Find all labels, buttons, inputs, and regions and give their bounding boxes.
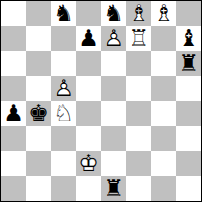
square-b5[interactable] [26,76,51,101]
piece-white-bishop: ♝♗ [126,1,151,26]
square-g2[interactable] [151,151,176,176]
piece-black-pawn: ♟ [1,101,26,126]
square-c7[interactable] [51,26,76,51]
square-h5[interactable] [176,76,201,101]
square-b7[interactable] [26,26,51,51]
piece-black-rook: ♜ [101,176,126,201]
piece-white-bishop: ♝♗ [151,1,176,26]
square-c6[interactable] [51,51,76,76]
white-pawn-outline: ♙ [51,76,76,101]
white-pawn-outline: ♙ [101,26,126,51]
square-g7[interactable] [151,26,176,51]
square-a7[interactable] [1,26,26,51]
square-d7[interactable]: ♟ [76,26,101,51]
square-c5[interactable]: ♟♙ [51,76,76,101]
square-f4[interactable] [126,101,151,126]
square-b6[interactable] [26,51,51,76]
square-c8[interactable]: ♞ [51,1,76,26]
piece-black-bishop: ♝ [176,26,201,51]
square-f2[interactable] [126,151,151,176]
square-d6[interactable] [76,51,101,76]
square-g1[interactable] [151,176,176,201]
piece-white-king: ♚♔ [76,151,101,176]
chess-board: ♞♞♝♗♝♗♟♟♙♜♖♝♜♟♙♟♚♞♘♚♔♜ [0,0,202,202]
square-d3[interactable] [76,126,101,151]
piece-white-rook: ♜♖ [126,26,151,51]
square-a3[interactable] [1,126,26,151]
square-c4[interactable]: ♞♘ [51,101,76,126]
white-rook-outline: ♖ [126,26,151,51]
piece-black-knight: ♞ [101,1,126,26]
square-h2[interactable] [176,151,201,176]
square-f5[interactable] [126,76,151,101]
square-a4[interactable]: ♟ [1,101,26,126]
square-a1[interactable] [1,176,26,201]
square-g8[interactable]: ♝♗ [151,1,176,26]
piece-black-pawn: ♟ [76,26,101,51]
square-c3[interactable] [51,126,76,151]
piece-black-king: ♚ [26,101,51,126]
square-e2[interactable] [101,151,126,176]
square-e6[interactable] [101,51,126,76]
square-d4[interactable] [76,101,101,126]
square-e4[interactable] [101,101,126,126]
square-d5[interactable] [76,76,101,101]
piece-black-rook: ♜ [176,51,201,76]
square-e7[interactable]: ♟♙ [101,26,126,51]
square-h8[interactable] [176,1,201,26]
square-h7[interactable]: ♝ [176,26,201,51]
square-a6[interactable] [1,51,26,76]
piece-white-knight: ♞♘ [51,101,76,126]
piece-white-pawn: ♟♙ [51,76,76,101]
piece-black-knight: ♞ [51,1,76,26]
square-b8[interactable] [26,1,51,26]
white-bishop-outline: ♗ [151,1,176,26]
square-d1[interactable] [76,176,101,201]
square-f8[interactable]: ♝♗ [126,1,151,26]
square-g6[interactable] [151,51,176,76]
square-d8[interactable] [76,1,101,26]
square-f6[interactable] [126,51,151,76]
square-a5[interactable] [1,76,26,101]
square-b1[interactable] [26,176,51,201]
chess-diagram: ♞♞♝♗♝♗♟♟♙♜♖♝♜♟♙♟♚♞♘♚♔♜ [0,0,202,202]
square-d2[interactable]: ♚♔ [76,151,101,176]
square-f1[interactable] [126,176,151,201]
square-c2[interactable] [51,151,76,176]
square-b4[interactable]: ♚ [26,101,51,126]
square-h6[interactable]: ♜ [176,51,201,76]
square-e5[interactable] [101,76,126,101]
square-b3[interactable] [26,126,51,151]
piece-white-pawn: ♟♙ [101,26,126,51]
square-g5[interactable] [151,76,176,101]
square-c1[interactable] [51,176,76,201]
white-bishop-outline: ♗ [126,1,151,26]
square-h1[interactable] [176,176,201,201]
square-g3[interactable] [151,126,176,151]
square-b2[interactable] [26,151,51,176]
square-a2[interactable] [1,151,26,176]
square-f3[interactable] [126,126,151,151]
square-a8[interactable] [1,1,26,26]
square-e3[interactable] [101,126,126,151]
square-h4[interactable] [176,101,201,126]
square-h3[interactable] [176,126,201,151]
square-e1[interactable]: ♜ [101,176,126,201]
square-e8[interactable]: ♞ [101,1,126,26]
square-g4[interactable] [151,101,176,126]
square-f7[interactable]: ♜♖ [126,26,151,51]
white-king-outline: ♔ [76,151,101,176]
white-knight-outline: ♘ [51,101,76,126]
